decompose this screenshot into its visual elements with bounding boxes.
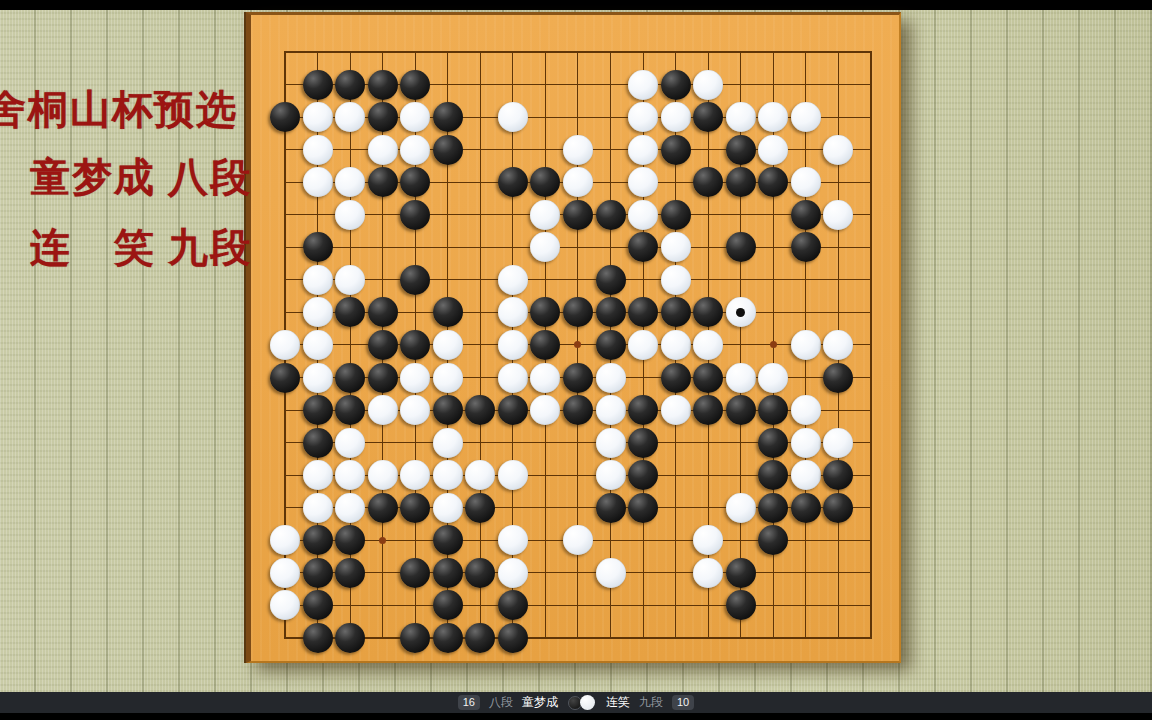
stone-black [400, 493, 430, 523]
stone-white [335, 102, 365, 132]
caption-player-black: 童梦成 八段 [30, 150, 252, 205]
stone-black [596, 297, 626, 327]
stone-white [303, 297, 333, 327]
stone-white [303, 493, 333, 523]
stone-white [433, 363, 463, 393]
stone-white [693, 558, 723, 588]
left-count-badge: 16 [458, 695, 480, 710]
star-point [574, 341, 581, 348]
stone-black [693, 297, 723, 327]
stone-black [661, 363, 691, 393]
stone-black [661, 200, 691, 230]
stone-black [303, 525, 333, 555]
stone-black [758, 493, 788, 523]
stone-white [823, 428, 853, 458]
stone-white [596, 558, 626, 588]
grid-line-horizontal [284, 605, 872, 606]
stone-white [498, 363, 528, 393]
stone-white [791, 395, 821, 425]
stone-white [368, 395, 398, 425]
caption-tournament: 舍桐山杯预选 [0, 82, 238, 137]
right-count-badge: 10 [672, 695, 694, 710]
stone-white [270, 590, 300, 620]
stone-black [498, 623, 528, 653]
right-player-rank: 九段 [639, 694, 663, 711]
stone-black [368, 330, 398, 360]
stone-black [628, 297, 658, 327]
stone-black [433, 558, 463, 588]
stone-white [303, 135, 333, 165]
stone-black [498, 590, 528, 620]
stone-black [433, 590, 463, 620]
stone-black [270, 363, 300, 393]
stone-white [726, 363, 756, 393]
stone-black [628, 428, 658, 458]
stone-white [530, 363, 560, 393]
stone-black [433, 102, 463, 132]
stone-white [661, 102, 691, 132]
stone-black [661, 297, 691, 327]
stone-black [400, 70, 430, 100]
stone-black [628, 395, 658, 425]
stone-white [758, 102, 788, 132]
stone-black [823, 363, 853, 393]
stone-black [693, 395, 723, 425]
stone-black [433, 395, 463, 425]
stone-white [628, 200, 658, 230]
stone-white [303, 102, 333, 132]
stone-white [433, 493, 463, 523]
stone-black [465, 558, 495, 588]
stone-white [628, 330, 658, 360]
stone-white [498, 297, 528, 327]
stone-white [498, 265, 528, 295]
stone-white [368, 460, 398, 490]
stone-black [628, 493, 658, 523]
stone-white [335, 460, 365, 490]
stone-white [791, 460, 821, 490]
stone-black [530, 330, 560, 360]
stone-white [596, 395, 626, 425]
stone-white [335, 493, 365, 523]
stone-black [303, 558, 333, 588]
stone-black [628, 232, 658, 262]
stone-black [433, 623, 463, 653]
stone-black [758, 395, 788, 425]
stone-black [628, 460, 658, 490]
stone-white [303, 330, 333, 360]
stone-black [498, 395, 528, 425]
stone-black [303, 232, 333, 262]
stone-white [661, 395, 691, 425]
stone-white [303, 167, 333, 197]
stone-white [628, 70, 658, 100]
stone-white [465, 460, 495, 490]
stone-black [400, 167, 430, 197]
stone-black [726, 558, 756, 588]
stone-black [726, 135, 756, 165]
stone-white [335, 265, 365, 295]
stone-white [596, 428, 626, 458]
stone-black [433, 297, 463, 327]
stone-white [823, 330, 853, 360]
stone-black [303, 428, 333, 458]
stone-white [498, 525, 528, 555]
stone-black [726, 232, 756, 262]
grid-line-horizontal [284, 572, 872, 573]
stone-black [758, 428, 788, 458]
stone-white [726, 493, 756, 523]
stone-white [498, 330, 528, 360]
stone-black [465, 493, 495, 523]
stone-white [563, 525, 593, 555]
stone-black [368, 102, 398, 132]
stone-white [498, 102, 528, 132]
stone-black [693, 102, 723, 132]
stone-white [563, 135, 593, 165]
stone-black [368, 363, 398, 393]
stone-white [596, 460, 626, 490]
stone-black [400, 265, 430, 295]
screen: 舍桐山杯预选 童梦成 八段 连 笑 九段 16 八段 童梦成 连笑 九段 10 [0, 0, 1152, 720]
stone-white [335, 167, 365, 197]
stone-black [726, 590, 756, 620]
stone-black [368, 167, 398, 197]
stone-black [400, 558, 430, 588]
stone-black [693, 363, 723, 393]
stone-white [758, 135, 788, 165]
stone-white [270, 558, 300, 588]
stone-black [791, 493, 821, 523]
stone-white [270, 330, 300, 360]
caption-player-white: 连 笑 九段 [30, 220, 252, 275]
stone-black [596, 265, 626, 295]
white-stone-icon [580, 695, 595, 710]
stone-black [563, 297, 593, 327]
stone-black [368, 493, 398, 523]
stone-white [303, 265, 333, 295]
stone-white [498, 460, 528, 490]
stone-black [758, 525, 788, 555]
stone-black [693, 167, 723, 197]
left-player-name: 童梦成 [522, 694, 558, 711]
stone-white [433, 330, 463, 360]
stone-black [596, 330, 626, 360]
stone-white [693, 70, 723, 100]
stone-black [400, 623, 430, 653]
stone-white [400, 363, 430, 393]
stone-black [335, 623, 365, 653]
stone-white [335, 200, 365, 230]
stone-white [693, 330, 723, 360]
stone-black [368, 70, 398, 100]
status-bar: 16 八段 童梦成 连笑 九段 10 [0, 692, 1152, 713]
stone-black [726, 167, 756, 197]
stone-black [726, 395, 756, 425]
stone-black [661, 135, 691, 165]
stone-black [303, 395, 333, 425]
stone-white [400, 135, 430, 165]
stone-white [628, 167, 658, 197]
stone-white [530, 232, 560, 262]
stone-white [823, 135, 853, 165]
letterbox-bottom [0, 713, 1152, 720]
stone-black [791, 232, 821, 262]
stone-black [335, 363, 365, 393]
go-board [246, 12, 901, 663]
stone-white [303, 460, 333, 490]
stone-white [726, 297, 756, 327]
stone-white [498, 558, 528, 588]
star-point [770, 341, 777, 348]
grid-line-vertical [870, 51, 872, 639]
stone-black [335, 558, 365, 588]
stone-black [465, 623, 495, 653]
stone-white [758, 363, 788, 393]
stone-black [270, 102, 300, 132]
stone-black [400, 330, 430, 360]
stone-black [303, 70, 333, 100]
stone-black [563, 363, 593, 393]
stone-white [628, 135, 658, 165]
stone-white [433, 428, 463, 458]
stone-white [596, 363, 626, 393]
stone-black [465, 395, 495, 425]
stone-white [661, 330, 691, 360]
stone-black [433, 525, 463, 555]
stone-black [823, 493, 853, 523]
turn-toggle[interactable] [567, 695, 597, 710]
left-player-rank: 八段 [489, 694, 513, 711]
stone-white [791, 330, 821, 360]
stone-white [791, 428, 821, 458]
stone-white [693, 525, 723, 555]
tatami-background: 舍桐山杯预选 童梦成 八段 连 笑 九段 [0, 10, 1152, 692]
stone-black [335, 525, 365, 555]
star-point [379, 537, 386, 544]
last-move-marker [736, 308, 745, 317]
stone-white [303, 363, 333, 393]
stone-black [758, 460, 788, 490]
stone-white [400, 395, 430, 425]
stone-black [563, 395, 593, 425]
stone-black [530, 297, 560, 327]
stone-white [368, 135, 398, 165]
stone-black [498, 167, 528, 197]
stone-white [530, 200, 560, 230]
stone-black [596, 493, 626, 523]
stone-black [758, 167, 788, 197]
stone-white [530, 395, 560, 425]
stone-black [823, 460, 853, 490]
stone-black [596, 200, 626, 230]
stone-black [335, 395, 365, 425]
stone-black [661, 70, 691, 100]
right-player-name: 连笑 [606, 694, 630, 711]
stone-black [530, 167, 560, 197]
stone-white [791, 167, 821, 197]
stone-black [335, 297, 365, 327]
stone-black [563, 200, 593, 230]
stone-white [335, 428, 365, 458]
stone-white [726, 102, 756, 132]
stone-black [335, 70, 365, 100]
stone-white [400, 460, 430, 490]
stone-black [433, 135, 463, 165]
stone-white [661, 265, 691, 295]
stone-white [791, 102, 821, 132]
stone-black [303, 590, 333, 620]
stone-white [433, 460, 463, 490]
letterbox-top [0, 0, 1152, 10]
grid-line-horizontal [284, 637, 872, 639]
stone-black [368, 297, 398, 327]
stone-black [400, 200, 430, 230]
stone-white [270, 525, 300, 555]
stone-white [661, 232, 691, 262]
stone-white [563, 167, 593, 197]
stone-black [791, 200, 821, 230]
stone-white [823, 200, 853, 230]
stone-white [628, 102, 658, 132]
stone-black [303, 623, 333, 653]
stone-white [400, 102, 430, 132]
